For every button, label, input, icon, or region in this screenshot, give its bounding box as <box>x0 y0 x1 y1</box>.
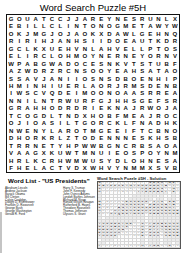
grid-cell: A <box>171 157 179 164</box>
grid-cell: N <box>64 112 72 119</box>
grid-cell: W <box>89 165 97 172</box>
grid-cell: I <box>23 52 31 59</box>
grid-cell: M <box>81 150 89 157</box>
grid-cell: J <box>64 30 72 37</box>
grid-cell: U <box>146 15 154 22</box>
grid-cell: A <box>122 105 130 112</box>
grid-cell: N <box>32 142 40 149</box>
grid-cell: T <box>56 165 64 172</box>
grid-cell: M <box>89 127 97 134</box>
grid-cell: L <box>89 45 97 52</box>
page-title: Word Search Puzzle #5H <box>0 2 186 13</box>
grid-cell: A <box>171 90 179 97</box>
grid-cell: O <box>81 135 89 142</box>
grid-cell: H <box>113 97 121 104</box>
grid-cell: T <box>56 112 64 119</box>
grid-cell: H <box>56 157 64 164</box>
grid-cell: J <box>73 15 81 22</box>
grid-cell: S <box>48 120 56 127</box>
grid-cell: D <box>105 30 113 37</box>
grid-cell: X <box>40 45 48 52</box>
grid-cell: D <box>146 82 154 89</box>
grid-cell: H <box>32 105 40 112</box>
grid-cell: G <box>113 22 121 29</box>
grid-cell: E <box>113 127 121 134</box>
grid-cell: S <box>130 15 138 22</box>
grid-cell: I <box>73 90 81 97</box>
grid-cell: O <box>89 120 97 127</box>
grid-cell: A <box>122 67 130 74</box>
grid-cell: Y <box>138 52 146 59</box>
grid-cell: O <box>32 120 40 127</box>
grid-cell: S <box>130 97 138 104</box>
grid-cell: R <box>138 105 146 112</box>
grid-cell: B <box>105 112 113 119</box>
grid-cell: W <box>64 150 72 157</box>
grid-cell: P <box>146 45 154 52</box>
grid-cell: S <box>146 142 154 149</box>
grid-cell: E <box>163 90 171 97</box>
grid-cell: I <box>56 120 64 127</box>
grid-cell: K <box>48 150 56 157</box>
grid-cell: O <box>48 105 56 112</box>
grid-cell: L <box>122 157 130 164</box>
grid-cell: W <box>64 157 72 164</box>
grid-cell: N <box>64 37 72 44</box>
grid-cell: O <box>130 75 138 82</box>
grid-cell: V <box>113 45 121 52</box>
grid-cell: C <box>48 165 56 172</box>
grid-cell: W <box>7 60 15 67</box>
grid-cell: Y <box>113 165 121 172</box>
grid-cell: W <box>15 127 23 134</box>
grid-cell: R <box>48 157 56 164</box>
grid-cell: O <box>7 120 15 127</box>
grid-cell: C <box>122 142 130 149</box>
grid-cell: L <box>81 82 89 89</box>
grid-cell: M <box>32 30 40 37</box>
grid-cell: A <box>171 105 179 112</box>
grid-cell: G <box>97 97 105 104</box>
grid-cell: E <box>130 52 138 59</box>
grid-cell: V <box>40 90 48 97</box>
grid-cell: O <box>81 75 89 82</box>
grid-cell: O <box>97 90 105 97</box>
grid-cell: M <box>138 165 146 172</box>
grid-cell: V <box>7 150 15 157</box>
grid-cell: Q <box>171 30 179 37</box>
grid-cell: F <box>154 97 162 104</box>
grid-cell: S <box>163 97 171 104</box>
grid-cell: K <box>113 120 121 127</box>
grid-cell: O <box>97 112 105 119</box>
grid-cell: M <box>73 157 81 164</box>
grid-cell: A <box>130 90 138 97</box>
grid-cell: H <box>73 37 81 44</box>
grid-cell: G <box>7 15 15 22</box>
grid-cell: E <box>146 97 154 104</box>
grid-cell: O <box>73 127 81 134</box>
grid-cell: S <box>81 37 89 44</box>
grid-cell: H <box>7 82 15 89</box>
grid-cell: Y <box>105 67 113 74</box>
grid-cell: H <box>154 135 162 142</box>
grid-cell: O <box>97 67 105 74</box>
grid-cell: K <box>154 37 162 44</box>
grid-cell: I <box>15 37 23 44</box>
grid-cell: W <box>48 60 56 67</box>
grid-cell: T <box>138 22 146 29</box>
grid-cell: R <box>113 52 121 59</box>
grid-cell: W <box>81 157 89 164</box>
grid-cell: E <box>105 52 113 59</box>
grid-cell: L <box>48 112 56 119</box>
grid-cell: O <box>15 15 23 22</box>
grid-cell: J <box>40 75 48 82</box>
word-list-column-2: Harry S. TrumanJohn F. KennedyJohn Quinc… <box>63 187 95 216</box>
grid-cell: R <box>15 142 23 149</box>
grid-cell: P <box>171 75 179 82</box>
grid-cell: C <box>48 22 56 29</box>
grid-cell: F <box>171 60 179 67</box>
grid-cell: G <box>138 97 146 104</box>
grid-cell: R <box>171 37 179 44</box>
grid-cell: J <box>105 97 113 104</box>
grid-cell: U <box>48 45 56 52</box>
grid-cell: E <box>64 82 72 89</box>
grid-cell: E <box>113 150 121 157</box>
grid-cell: R <box>89 15 97 22</box>
grid-cell: H <box>40 82 48 89</box>
page: { "game": "word-search", "title": "Word … <box>0 0 186 253</box>
grid-cell: M <box>81 90 89 97</box>
grid-cell: R <box>23 37 31 44</box>
grid-cell: C <box>56 15 64 22</box>
grid-cell: B <box>171 82 179 89</box>
grid-cell: A <box>40 165 48 172</box>
grid-cell: E <box>130 112 138 119</box>
grid-cell: T <box>154 67 162 74</box>
grid-cell: J <box>15 120 23 127</box>
grid-cell: O <box>163 112 171 119</box>
grid-cell: B <box>15 22 23 29</box>
grid-cell: I <box>23 22 31 29</box>
grid-cell: N <box>105 90 113 97</box>
grid-cell: C <box>105 120 113 127</box>
grid-cell: B <box>171 135 179 142</box>
grid-cell: A <box>48 75 56 82</box>
grid-cell: D <box>105 37 113 44</box>
grid-cell: N <box>97 52 105 59</box>
grid-cell: H <box>97 165 105 172</box>
grid-cell: A <box>40 120 48 127</box>
solution-grid-thumbnail: GOUATCCJJAREYNESRUNLXEBILLCLINTONOGMETAW… <box>97 181 181 249</box>
grid-cell: M <box>171 150 179 157</box>
grid-cell: T <box>73 120 81 127</box>
grid-cell: U <box>56 82 64 89</box>
grid-cell: O <box>89 90 97 97</box>
grid-cell: N <box>81 45 89 52</box>
grid-cell: H <box>154 30 162 37</box>
grid-cell: B <box>163 60 171 67</box>
grid-cell: W <box>89 142 97 149</box>
grid-cell: K <box>89 30 97 37</box>
grid-cell: C <box>40 157 48 164</box>
grid-cell: H <box>15 165 23 172</box>
grid-cell: L <box>163 15 171 22</box>
grid-cell: W <box>64 97 72 104</box>
grid-cell: A <box>97 45 105 52</box>
grid-cell: U <box>97 150 105 157</box>
page-edge-artifact <box>0 212 2 253</box>
grid-cell: V <box>163 165 171 172</box>
grid-cell: J <box>23 30 31 37</box>
grid-cell: Z <box>64 135 72 142</box>
grid-cell: O <box>154 105 162 112</box>
grid-cell: K <box>32 157 40 164</box>
grid-cell: H <box>122 97 130 104</box>
grid-cell: E <box>154 157 162 164</box>
puzzle-grid: GOUATCCJJAREYNESRUNLXEBILLCLINTONOGMETAW… <box>6 14 180 173</box>
grid-cell: T <box>130 60 138 67</box>
grid-cell: R <box>146 90 154 97</box>
grid-cell: R <box>81 97 89 104</box>
grid-cell: S <box>97 157 105 164</box>
grid-cell: I <box>163 75 171 82</box>
grid-cell: E <box>89 60 97 67</box>
grid-cell: A <box>23 60 31 67</box>
grid-cell: R <box>56 67 64 74</box>
grid-cell: K <box>113 60 121 67</box>
grid-cell: M <box>122 22 130 29</box>
grid-cell: L <box>48 52 56 59</box>
grid-cell: G <box>81 120 89 127</box>
grid-cell: R <box>171 97 179 104</box>
grid-cell: I <box>64 75 72 82</box>
grid-cell: C <box>171 112 179 119</box>
grid-cell: H <box>7 157 15 164</box>
grid-cell: A <box>81 15 89 22</box>
grid-cell: R <box>154 90 162 97</box>
grid-cell: E <box>113 67 121 74</box>
grid-cell: I <box>23 97 31 104</box>
grid-cell: E <box>97 105 105 112</box>
grid-cell: U <box>138 37 146 44</box>
grid-cell: F <box>130 120 138 127</box>
grid-cell: T <box>146 60 154 67</box>
grid-cell: N <box>7 97 15 104</box>
grid-cell: I <box>32 37 40 44</box>
grid-cell: R <box>32 52 40 59</box>
grid-cell: C <box>48 15 56 22</box>
grid-cell: N <box>73 22 81 29</box>
grid-cell: A <box>146 67 154 74</box>
grid-cell: A <box>7 67 15 74</box>
grid-cell: K <box>105 105 113 112</box>
grid-cell: N <box>32 127 40 134</box>
grid-cell: G <box>105 142 113 149</box>
grid-cell: K <box>15 30 23 37</box>
grid-cell: T <box>73 135 81 142</box>
grid-cell: J <box>48 30 56 37</box>
grid-cell: Y <box>40 127 48 134</box>
grid-cell: I <box>7 90 15 97</box>
grid-cell: A <box>138 112 146 119</box>
grid-cell: Z <box>48 67 56 74</box>
grid-cell: L <box>32 165 40 172</box>
grid-cell: C <box>146 127 154 134</box>
grid-cell: A <box>113 30 121 37</box>
grid-cell: W <box>81 142 89 149</box>
grid-cell: W <box>146 105 154 112</box>
grid-cell: L <box>23 157 31 164</box>
grid-cell: Y <box>105 15 113 22</box>
grid-cell: C <box>32 90 40 97</box>
grid-cell: R <box>154 52 162 59</box>
grid-cell: A <box>154 142 162 149</box>
grid-cell: N <box>146 157 154 164</box>
grid-cell: J <box>48 37 56 44</box>
grid-cell: N <box>113 105 121 112</box>
grid-cell: N <box>163 52 171 59</box>
grid-cell: Q <box>48 90 56 97</box>
grid-cell: I <box>48 82 56 89</box>
grid-cell: V <box>73 45 81 52</box>
grid-cell: S <box>7 75 15 82</box>
grid-cell: S <box>97 60 105 67</box>
word-list-item: Ulysses S. Grant <box>63 213 95 216</box>
grid-cell: D <box>73 105 81 112</box>
grid-cell: I <box>89 105 97 112</box>
grid-cell: D <box>113 157 121 164</box>
grid-cell: R <box>40 67 48 74</box>
grid-cell: S <box>154 165 162 172</box>
grid-cell: S <box>15 75 23 82</box>
grid-cell: H <box>64 142 72 149</box>
grid-cell: I <box>73 75 81 82</box>
grid-cell: A <box>23 150 31 157</box>
grid-cell: H <box>15 135 23 142</box>
grid-cell: I <box>97 37 105 44</box>
grid-cell: K <box>40 135 48 142</box>
grid-cell: A <box>130 37 138 44</box>
grid-cell: N <box>7 127 15 134</box>
grid-cell: X <box>146 165 154 172</box>
grid-cell: T <box>154 45 162 52</box>
grid-cell: S <box>23 90 31 97</box>
grid-cell: O <box>122 150 130 157</box>
grid-cell: R <box>32 135 40 142</box>
grid-cell: K <box>32 45 40 52</box>
grid-cell: W <box>171 22 179 29</box>
grid-cell: I <box>105 150 113 157</box>
grid-cell: N <box>97 75 105 82</box>
grid-cell: H <box>64 45 72 52</box>
grid-cell: T <box>48 97 56 104</box>
grid-cell: G <box>138 30 146 37</box>
grid-cell: I <box>89 37 97 44</box>
grid-cell: R <box>105 82 113 89</box>
grid-cell: R <box>154 112 162 119</box>
grid-cell: M <box>15 82 23 89</box>
grid-cell: O <box>23 112 31 119</box>
grid-cell: G <box>32 150 40 157</box>
grid-cell: N <box>122 135 130 142</box>
word-list-item: Gerald R. Ford <box>5 213 35 216</box>
grid-cell: B <box>138 142 146 149</box>
grid-cell: G <box>40 60 48 67</box>
grid-cell: L <box>23 45 31 52</box>
grid-cell: O <box>171 67 179 74</box>
grid-cell: N <box>122 52 130 59</box>
grid-cell: R <box>97 120 105 127</box>
grid-cell: T <box>81 127 89 134</box>
grid-cell: Y <box>154 150 162 157</box>
grid-cell: O <box>113 90 121 97</box>
grid-cell: S <box>105 75 113 82</box>
grid-cell: F <box>7 165 15 172</box>
grid-cell: R <box>7 37 15 44</box>
grid-cell: S <box>171 45 179 52</box>
grid-cell: T <box>138 127 146 134</box>
grid-cell: T <box>146 37 154 44</box>
grid-cell: R <box>23 142 31 149</box>
grid-cell: A <box>23 75 31 82</box>
grid-cell: N <box>113 15 121 22</box>
grid-cell: O <box>56 52 64 59</box>
grid-cell: D <box>7 135 15 142</box>
grid-cell: O <box>7 30 15 37</box>
grid-cell: L <box>122 120 130 127</box>
grid-cell: H <box>138 157 146 164</box>
grid-cell: O <box>73 60 81 67</box>
grid-cell: B <box>97 142 105 149</box>
grid-cell: R <box>48 135 56 142</box>
grid-cell: D <box>64 60 72 67</box>
grid-cell: G <box>32 112 40 119</box>
grid-cell: D <box>56 105 64 112</box>
grid-cell: X <box>40 150 48 157</box>
grid-cell: E <box>7 22 15 29</box>
grid-cell: O <box>163 142 171 149</box>
grid-cell: H <box>105 45 113 52</box>
grid-cell: I <box>23 82 31 89</box>
grid-cell: I <box>64 22 72 29</box>
word-list-header: Word List - "US Presidents" <box>8 177 90 184</box>
grid-cell: L <box>15 52 23 59</box>
grid-cell: Z <box>15 67 23 74</box>
grid-cell: D <box>73 112 81 119</box>
grid-cell: B <box>32 60 40 67</box>
grid-cell: L <box>32 22 40 29</box>
grid-cell: O <box>113 37 121 44</box>
grid-cell: A <box>171 142 179 149</box>
grid-cell: N <box>15 97 23 104</box>
grid-cell: E <box>146 30 154 37</box>
grid-cell: E <box>40 142 48 149</box>
grid-cell: S <box>138 67 146 74</box>
grid-cell: E <box>122 15 130 22</box>
grid-cell: S <box>138 135 146 142</box>
grid-cell: R <box>73 82 81 89</box>
grid-cell: H <box>40 37 48 44</box>
grid-cell: N <box>163 30 171 37</box>
grid-cell: L <box>48 127 56 134</box>
grid-cell: P <box>138 150 146 157</box>
grid-cell: P <box>15 60 23 67</box>
grid-cell: E <box>97 135 105 142</box>
grid-cell: L <box>32 97 40 104</box>
